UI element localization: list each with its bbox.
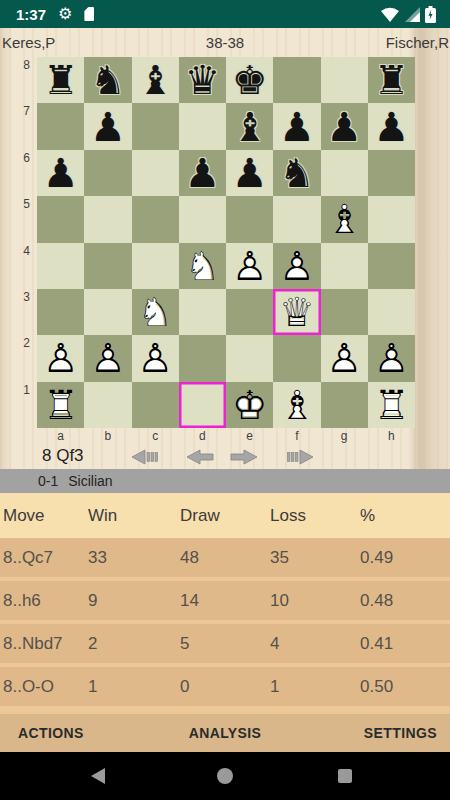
file-label-f: f [273,429,320,445]
column-header-loss: Loss [267,506,357,526]
stats-table-header: MoveWinDrawLoss% [0,493,450,538]
square-h6[interactable] [368,150,415,196]
battery-charging-icon [425,6,436,23]
opening-name: Sicilian [68,473,112,489]
bottom-menu: ACTIONS ANALYSIS SETTINGS [0,714,450,752]
white-bishop-piece: ♝♗ [273,382,320,428]
square-a4[interactable] [37,243,84,289]
square-a3[interactable] [37,289,84,335]
table-cell: 5 [177,634,267,654]
square-d3[interactable] [179,289,226,335]
game-header: Keres,P 38-38 Fischer,R [0,28,450,57]
file-label-a: a [37,429,84,445]
square-a1[interactable]: ♜♖ [37,382,84,428]
square-h8[interactable]: ♜ [368,57,415,103]
column-header-move: Move [0,506,85,526]
file-label-h: h [368,429,415,445]
rank-labels: 87654321 [0,57,33,428]
file-label-b: b [84,429,131,445]
move-clock: 38-38 [0,34,450,51]
file-label-d: d [179,429,226,445]
square-g6[interactable] [321,150,368,196]
black-pawn-piece: ♟ [368,103,415,149]
square-d1[interactable] [179,382,226,428]
table-cell: 0 [177,677,267,697]
table-row[interactable]: 8..h6914100.48 [0,581,450,620]
phone-screen: 1:37 ⚙ Keres,P 38-38 Fischer,R 87654321 … [0,0,450,800]
square-e7[interactable]: ♝ [226,103,273,149]
square-f4[interactable]: ♟♙ [273,243,320,289]
file-label-c: c [132,429,179,445]
white-bishop-piece: ♝♗ [321,196,368,242]
square-a5[interactable] [37,196,84,242]
square-g1[interactable] [321,382,368,428]
black-king-piece: ♚ [226,57,273,103]
square-f3[interactable]: ♛♕ [273,289,320,335]
square-h2[interactable]: ♟♙ [368,335,415,381]
square-e2[interactable] [226,335,273,381]
skip-forward-icon[interactable] [283,448,314,466]
square-c3[interactable]: ♞♘ [132,289,179,335]
analysis-button[interactable]: ANALYSIS [0,725,450,741]
square-a7[interactable] [37,103,84,149]
square-c6[interactable] [132,150,179,196]
square-a6[interactable]: ♟ [37,150,84,196]
square-e5[interactable] [226,196,273,242]
square-f8[interactable] [273,57,320,103]
black-pawn-piece: ♟ [321,103,368,149]
square-c4[interactable] [132,243,179,289]
square-g4[interactable] [321,243,368,289]
square-c7[interactable] [132,103,179,149]
black-knight-piece: ♞ [273,150,320,196]
black-queen-piece: ♛ [179,57,226,103]
table-cell: 0.41 [357,634,450,654]
black-knight-piece: ♞ [84,57,131,103]
square-b7[interactable]: ♟ [84,103,131,149]
table-cell: 0.50 [357,677,450,697]
square-g8[interactable] [321,57,368,103]
table-cell: 8..h6 [0,591,85,611]
rank-label-3: 3 [0,290,30,304]
file-labels: abcdefgh [37,429,415,445]
white-pawn-piece: ♟♙ [368,335,415,381]
white-pawn-piece: ♟♙ [273,243,320,289]
square-f5[interactable] [273,196,320,242]
file-label-g: g [321,429,368,445]
square-b2[interactable]: ♟♙ [84,335,131,381]
square-e4[interactable]: ♟♙ [226,243,273,289]
square-g2[interactable]: ♟♙ [321,335,368,381]
move-navigation: 8 Qf3 [0,445,450,470]
table-cell: 4 [267,634,357,654]
clock-time: 1:37 [16,6,46,23]
skip-back-icon[interactable] [131,448,162,466]
wifi-icon [380,7,400,22]
chess-board[interactable]: ♜♞♝♛♚♜♟♝♟♟♟♟♟♟♞♝♗♞♘♟♙♟♙♞♘♛♕♟♙♟♙♟♙♟♙♟♙♜♖♚… [37,57,415,428]
square-b4[interactable] [84,243,131,289]
rank-label-7: 7 [0,104,30,118]
square-c5[interactable] [132,196,179,242]
table-cell: 33 [85,548,177,568]
square-b6[interactable] [84,150,131,196]
black-pawn-piece: ♟ [179,150,226,196]
square-h5[interactable] [368,196,415,242]
black-pawn-piece: ♟ [84,103,131,149]
black-pawn-piece: ♟ [273,103,320,149]
table-row[interactable]: 8..Nbd72540.41 [0,624,450,663]
rank-label-8: 8 [0,58,30,72]
square-b5[interactable] [84,196,131,242]
table-cell: 0.49 [357,548,450,568]
square-h3[interactable] [368,289,415,335]
file-label-e: e [226,429,273,445]
square-d6[interactable]: ♟ [179,150,226,196]
square-f1[interactable]: ♝♗ [273,382,320,428]
table-cell: 0.48 [357,591,450,611]
square-c1[interactable] [132,382,179,428]
white-pawn-piece: ♟♙ [132,335,179,381]
black-bishop-piece: ♝ [226,103,273,149]
black-pawn-piece: ♟ [37,150,84,196]
white-queen-piece: ♛♕ [273,289,320,335]
column-header-pct: % [357,506,450,526]
android-nav-bar [0,752,450,800]
square-g5[interactable]: ♝♗ [321,196,368,242]
rank-label-1: 1 [0,383,30,397]
table-cell: 1 [267,677,357,697]
table-cell: 9 [85,591,177,611]
signal-icon [405,7,420,22]
square-c8[interactable]: ♝ [132,57,179,103]
square-a2[interactable]: ♟♙ [37,335,84,381]
square-e6[interactable]: ♟ [226,150,273,196]
square-d2[interactable] [179,335,226,381]
stats-table-body: 8..Qc73348350.498..h6914100.488..Nbd7254… [0,538,450,714]
column-header-draw: Draw [177,506,267,526]
square-b1[interactable] [84,382,131,428]
table-cell: 8..O-O [0,677,85,697]
white-king-piece: ♚♔ [226,382,273,428]
table-cell: 14 [177,591,267,611]
rank-label-2: 2 [0,336,30,350]
square-f6[interactable]: ♞ [273,150,320,196]
home-icon[interactable] [217,768,233,784]
square-e1[interactable]: ♚♔ [226,382,273,428]
square-a8[interactable]: ♜ [37,57,84,103]
square-g7[interactable]: ♟ [321,103,368,149]
white-knight-piece: ♞♘ [179,243,226,289]
square-h7[interactable]: ♟ [368,103,415,149]
square-b8[interactable]: ♞ [84,57,131,103]
white-pawn-piece: ♟♙ [321,335,368,381]
rank-label-5: 5 [0,197,30,211]
square-c2[interactable]: ♟♙ [132,335,179,381]
result-bar: 0-1 Sicilian [0,469,450,493]
square-h1[interactable]: ♜♖ [368,382,415,428]
black-bishop-piece: ♝ [132,57,179,103]
table-cell: 10 [267,591,357,611]
table-cell: 8..Nbd7 [0,634,85,654]
square-d7[interactable] [179,103,226,149]
square-d4[interactable]: ♞♘ [179,243,226,289]
back-icon[interactable] [91,768,105,784]
table-cell: 8..Qc7 [0,548,85,568]
current-move-label: 8 Qf3 [42,446,84,466]
square-b3[interactable] [84,289,131,335]
white-pawn-piece: ♟♙ [37,335,84,381]
square-d5[interactable] [179,196,226,242]
rank-label-4: 4 [0,244,30,258]
table-cell: 48 [177,548,267,568]
white-rook-piece: ♜♖ [37,382,84,428]
table-row[interactable]: 8..Qc73348350.49 [0,538,450,577]
step-forward-icon[interactable] [229,448,258,466]
square-f2[interactable] [273,335,320,381]
sd-card-icon [84,7,94,21]
table-row[interactable]: 8..O-O1010.50 [0,667,450,706]
gear-icon: ⚙ [58,6,72,22]
game-result: 0-1 [38,473,58,489]
white-rook-piece: ♜♖ [368,382,415,428]
square-e3[interactable] [226,289,273,335]
white-knight-piece: ♞♘ [132,289,179,335]
square-d8[interactable]: ♛ [179,57,226,103]
column-header-win: Win [85,506,177,526]
white-pawn-piece: ♟♙ [84,335,131,381]
square-g3[interactable] [321,289,368,335]
square-h4[interactable] [368,243,415,289]
status-icons [380,6,436,23]
black-pawn-piece: ♟ [226,150,273,196]
table-cell: 35 [267,548,357,568]
black-rook-piece: ♜ [368,57,415,103]
table-cell: 2 [85,634,177,654]
square-f7[interactable]: ♟ [273,103,320,149]
rank-label-6: 6 [0,151,30,165]
table-cell: 1 [85,677,177,697]
status-bar: 1:37 ⚙ [0,0,450,28]
black-rook-piece: ♜ [37,57,84,103]
recent-apps-icon[interactable] [338,769,352,783]
square-e8[interactable]: ♚ [226,57,273,103]
step-back-icon[interactable] [186,448,215,466]
white-pawn-piece: ♟♙ [226,243,273,289]
